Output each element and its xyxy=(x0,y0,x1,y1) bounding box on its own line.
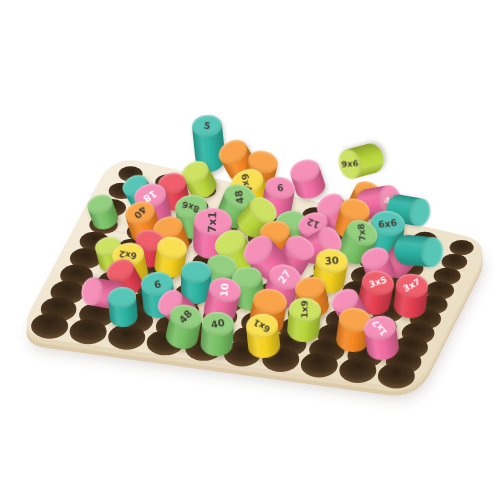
board-hole[interactable] xyxy=(70,319,107,344)
peg-label: 30 xyxy=(325,255,340,266)
peg-40[interactable]: 40 xyxy=(200,311,235,359)
peg-3x7[interactable]: 3x7 xyxy=(392,273,429,322)
peg-label: 6 xyxy=(276,183,283,193)
peg-label: 48 xyxy=(178,309,195,326)
board-hole[interactable] xyxy=(378,363,415,388)
peg-label: 1x9 xyxy=(301,301,310,319)
peg-label: 3x5 xyxy=(368,276,388,290)
board-hole[interactable] xyxy=(450,240,474,255)
peg-6x1[interactable]: 6x1 xyxy=(245,313,282,362)
peg-label: 6x1 xyxy=(252,318,272,334)
peg[interactable] xyxy=(391,234,445,268)
board-hole[interactable] xyxy=(31,314,68,339)
product-photo-scene: 59x66x4184868x645407x1126x66x27x8927303x… xyxy=(0,0,500,500)
peg-label: 3x7 xyxy=(402,278,422,294)
peg-label: 5 xyxy=(203,121,211,131)
peg-label: 7x8 xyxy=(357,224,367,243)
peg-label: 7x1 xyxy=(207,211,218,233)
peg-label: 40 xyxy=(210,318,225,330)
peg-1x7[interactable]: 1x7 xyxy=(363,314,401,364)
peg-cap xyxy=(181,261,211,283)
peg-label: 9 xyxy=(152,278,161,289)
peg-label: 10 xyxy=(220,283,231,297)
peg-label: 48 xyxy=(234,189,246,204)
peg-label: 40 xyxy=(132,205,148,221)
peg-label: 27 xyxy=(277,268,293,285)
peg-label: 9x6 xyxy=(341,159,358,169)
peg-label: 12 xyxy=(305,217,320,230)
board-hole[interactable] xyxy=(301,352,338,377)
peg-label: 1x7 xyxy=(371,318,389,338)
peg-1x9[interactable]: 1x9 xyxy=(286,297,322,346)
peg[interactable] xyxy=(107,285,139,329)
